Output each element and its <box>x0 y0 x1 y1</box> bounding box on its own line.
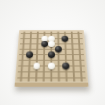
black-stone[interactable] <box>41 41 48 47</box>
stones-layer <box>17 31 86 81</box>
black-stone[interactable] <box>26 52 33 58</box>
black-stone[interactable] <box>62 36 69 42</box>
black-stone[interactable] <box>63 63 70 70</box>
white-stone[interactable] <box>48 41 55 47</box>
white-stone[interactable] <box>48 63 55 70</box>
white-stone[interactable] <box>33 63 40 70</box>
photo-background <box>0 0 105 105</box>
board-perspective-wrapper <box>15 30 89 87</box>
black-stone[interactable] <box>55 46 62 52</box>
go-board[interactable] <box>15 30 89 87</box>
black-stone[interactable] <box>48 52 55 58</box>
